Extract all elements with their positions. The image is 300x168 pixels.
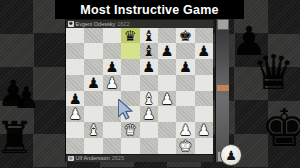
square-f3[interactable] [158, 106, 176, 122]
badge-pawn-icon: ♟ [225, 149, 237, 162]
bottom-player-rating: 2625 [112, 155, 124, 161]
square-h7[interactable]: ♟ [195, 43, 213, 59]
square-g2[interactable]: ♟ [176, 122, 194, 138]
square-a8[interactable] [66, 28, 84, 44]
square-c2[interactable] [103, 122, 121, 138]
square-g3[interactable] [176, 106, 194, 122]
square-g1[interactable]: ♚ [176, 138, 194, 154]
square-h6[interactable] [195, 59, 213, 75]
white-king-icon: ♔ [68, 156, 74, 162]
piece-white-pawn: ♟ [195, 122, 213, 138]
scroll-up-button[interactable] [217, 19, 229, 30]
square-d8[interactable]: ♛ [121, 28, 139, 44]
piece-black-queen: ♛ [121, 28, 139, 44]
square-a5[interactable] [66, 75, 84, 91]
square-d7[interactable] [121, 43, 139, 59]
square-d6[interactable] [121, 59, 139, 75]
square-c5[interactable]: ♟ [103, 75, 121, 91]
square-g5[interactable] [176, 75, 194, 91]
piece-white-pawn: ♟ [103, 75, 121, 91]
square-e1[interactable] [140, 138, 158, 154]
mouse-cursor-icon [118, 99, 133, 120]
square-h4[interactable] [195, 91, 213, 107]
square-b1[interactable] [84, 138, 102, 154]
scrollbar-position-marker[interactable] [217, 85, 229, 91]
top-player-name: Evgeni Odessky [76, 21, 116, 27]
scrollbar[interactable] [215, 19, 229, 162]
square-c6[interactable]: ♟ [103, 59, 121, 75]
square-a2[interactable] [66, 122, 84, 138]
piece-white-pawn: ♟ [140, 106, 158, 122]
square-h8[interactable] [195, 28, 213, 44]
square-f7[interactable]: ♟ [158, 43, 176, 59]
bottom-player-bar: ♔ Ulf Andersson 2625 [66, 154, 213, 163]
square-b8[interactable] [84, 28, 102, 44]
square-d5[interactable] [121, 75, 139, 91]
piece-white-bishop: ♝ [140, 91, 158, 107]
piece-black-pawn: ♟ [176, 59, 194, 75]
page-title: Most Instructive Game [80, 3, 218, 17]
app-logo-badge: ♟ [220, 144, 242, 166]
square-b5[interactable]: ♟ [84, 75, 102, 91]
bottom-player-name: Ulf Andersson [76, 155, 110, 161]
app-window: ♚♛♟♜♟♟ Most Instructive Game ♚ Evgeni Od… [0, 0, 300, 168]
piece-black-bishop: ♝ [140, 43, 158, 59]
square-d1[interactable] [121, 138, 139, 154]
square-g7[interactable] [176, 43, 194, 59]
square-f6[interactable] [158, 59, 176, 75]
square-b3[interactable] [84, 106, 102, 122]
piece-black-pawn: ♟ [66, 91, 84, 107]
piece-white-bishop: ♝ [84, 122, 102, 138]
square-c7[interactable] [103, 43, 121, 59]
square-a7[interactable] [66, 43, 84, 59]
square-g6[interactable]: ♟ [176, 59, 194, 75]
square-a3[interactable]: ♟ [66, 106, 84, 122]
square-e6[interactable]: ♟ [140, 59, 158, 75]
piece-white-pawn: ♟ [158, 91, 176, 107]
piece-black-bishop: ♝ [140, 28, 158, 44]
square-f4[interactable]: ♟ [158, 91, 176, 107]
square-h1[interactable] [195, 138, 213, 154]
square-b7[interactable] [84, 43, 102, 59]
piece-black-pawn: ♟ [103, 59, 121, 75]
square-b2[interactable]: ♝ [84, 122, 102, 138]
piece-white-pawn: ♟ [176, 122, 194, 138]
title-band: Most Instructive Game [55, 0, 244, 19]
square-e8[interactable]: ♝ [140, 28, 158, 44]
square-h5[interactable] [195, 75, 213, 91]
square-f5[interactable] [158, 75, 176, 91]
piece-black-pawn: ♟ [158, 43, 176, 59]
square-c1[interactable] [103, 138, 121, 154]
square-g8[interactable]: ♚ [176, 28, 194, 44]
square-e3[interactable]: ♟ [140, 106, 158, 122]
square-h2[interactable]: ♟ [195, 122, 213, 138]
square-b6[interactable] [84, 59, 102, 75]
square-c8[interactable] [103, 28, 121, 44]
piece-black-pawn: ♟ [84, 75, 102, 91]
square-d2[interactable]: ♛ [121, 122, 139, 138]
black-king-icon: ♚ [68, 21, 74, 27]
square-f8[interactable] [158, 28, 176, 44]
square-e5[interactable] [140, 75, 158, 91]
piece-black-pawn: ♟ [140, 59, 158, 75]
square-g4[interactable] [176, 91, 194, 107]
top-player-bar: ♚ Evgeni Odessky 1622 [66, 19, 213, 28]
square-e2[interactable] [140, 122, 158, 138]
piece-white-king: ♚ [176, 138, 194, 154]
square-f2[interactable] [158, 122, 176, 138]
piece-black-king: ♚ [176, 28, 194, 44]
top-player-rating: 1622 [117, 21, 129, 27]
square-b4[interactable] [84, 91, 102, 107]
piece-white-queen: ♛ [121, 122, 139, 138]
square-h3[interactable] [195, 106, 213, 122]
square-a4[interactable]: ♟ [66, 91, 84, 107]
chess-board[interactable]: ♛♝♚♝♟♟♟♟♟♟♟♟♝♟♟♟♝♛♟♟♚ [66, 28, 213, 154]
square-a1[interactable] [66, 138, 84, 154]
square-e4[interactable]: ♝ [140, 91, 158, 107]
square-e7[interactable]: ♝ [140, 43, 158, 59]
piece-white-pawn: ♟ [66, 106, 84, 122]
square-a6[interactable] [66, 59, 84, 75]
square-f1[interactable] [158, 138, 176, 154]
piece-black-pawn: ♟ [195, 43, 213, 59]
board-panel: ♚ Evgeni Odessky 1622 ♛♝♚♝♟♟♟♟♟♟♟♟♝♟♟♟♝♛… [65, 19, 213, 162]
